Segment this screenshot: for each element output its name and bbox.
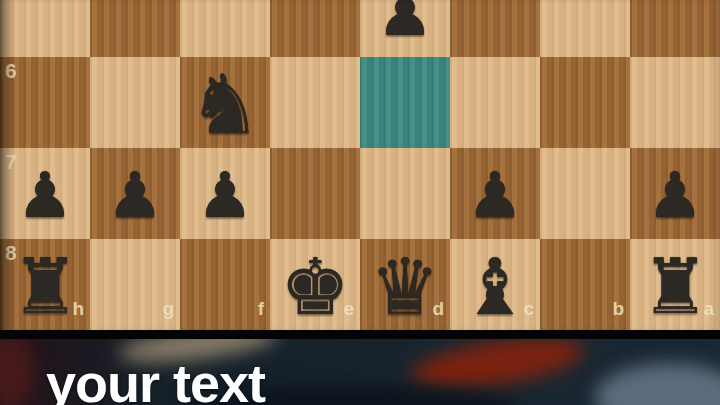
square-h5[interactable] [0, 0, 90, 57]
square-h8[interactable]: 8h♜ [0, 239, 90, 330]
black-king-icon[interactable]: ♚ [280, 248, 350, 326]
black-queen-icon[interactable]: ♛ [370, 248, 440, 326]
black-pawn-icon[interactable]: ♟ [647, 164, 703, 227]
file-label-g: g [162, 298, 174, 320]
square-c7[interactable]: ♟ [450, 148, 540, 239]
square-c8[interactable]: c♝ [450, 239, 540, 330]
video-frame: ♟6♞7♟♟♟♟♟8h♜gfe♚d♛c♝ba♜ your text [0, 0, 720, 405]
square-a6[interactable] [630, 57, 720, 148]
black-rook-icon[interactable]: ♜ [641, 249, 709, 325]
square-d8[interactable]: d♛ [360, 239, 450, 330]
square-b5[interactable] [540, 0, 630, 57]
square-f5[interactable] [180, 0, 270, 57]
square-f7[interactable]: ♟ [180, 148, 270, 239]
background-maroon-blob [0, 339, 34, 405]
square-a8[interactable]: a♜ [630, 239, 720, 330]
square-e7[interactable] [270, 148, 360, 239]
square-g7[interactable]: ♟ [90, 148, 180, 239]
square-g5[interactable] [90, 0, 180, 57]
black-pawn-icon[interactable]: ♟ [467, 164, 523, 227]
square-b7[interactable] [540, 148, 630, 239]
file-label-b: b [612, 298, 624, 320]
black-pawn-icon[interactable]: ♟ [377, 0, 433, 45]
square-g8[interactable]: g [90, 239, 180, 330]
black-knight-icon[interactable]: ♞ [188, 64, 262, 146]
square-d7[interactable] [360, 148, 450, 239]
square-b6[interactable] [540, 57, 630, 148]
board-bottom-bar [0, 330, 720, 339]
square-e5[interactable] [270, 0, 360, 57]
square-h7[interactable]: 7♟ [0, 148, 90, 239]
black-pawn-icon[interactable]: ♟ [197, 164, 253, 227]
black-bishop-icon[interactable]: ♝ [460, 248, 530, 326]
square-e6[interactable] [270, 57, 360, 148]
chess-board: ♟6♞7♟♟♟♟♟8h♜gfe♚d♛c♝ba♜ [0, 0, 720, 330]
square-a5[interactable] [630, 0, 720, 57]
square-g6[interactable] [90, 57, 180, 148]
board-grid: ♟6♞7♟♟♟♟♟8h♜gfe♚d♛c♝ba♜ [0, 0, 720, 330]
square-d6[interactable] [360, 57, 450, 148]
square-a7[interactable]: ♟ [630, 148, 720, 239]
background-light-blob [595, 363, 720, 405]
black-pawn-icon[interactable]: ♟ [107, 164, 163, 227]
square-e8[interactable]: e♚ [270, 239, 360, 330]
video-background: your text [0, 339, 720, 405]
square-d5[interactable]: ♟ [360, 0, 450, 57]
square-f6[interactable]: ♞ [180, 57, 270, 148]
square-c6[interactable] [450, 57, 540, 148]
rank-label-7: 7 [5, 150, 17, 174]
black-rook-icon[interactable]: ♜ [11, 249, 79, 325]
black-pawn-icon[interactable]: ♟ [17, 164, 73, 227]
square-h6[interactable]: 6 [0, 57, 90, 148]
file-label-f: f [258, 298, 264, 320]
rank-label-6: 6 [5, 59, 17, 83]
square-b8[interactable]: b [540, 239, 630, 330]
square-f8[interactable]: f [180, 239, 270, 330]
caption-text: your text [46, 352, 265, 405]
square-c5[interactable] [450, 0, 540, 57]
